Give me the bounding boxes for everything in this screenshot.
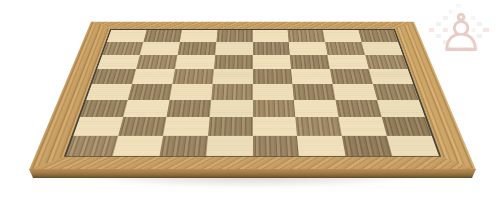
board-square bbox=[289, 42, 328, 55]
board-square bbox=[253, 30, 289, 42]
board-square bbox=[86, 84, 132, 100]
board-square bbox=[208, 117, 253, 136]
board-square bbox=[209, 100, 252, 117]
board-square bbox=[369, 69, 413, 84]
board-square bbox=[166, 100, 211, 117]
board-square bbox=[288, 30, 326, 42]
board-square bbox=[175, 55, 215, 69]
board-square bbox=[253, 69, 293, 84]
board-square bbox=[214, 55, 253, 69]
board-square bbox=[132, 69, 175, 84]
board-square bbox=[297, 136, 345, 156]
board-square bbox=[113, 136, 163, 156]
board-square bbox=[177, 42, 216, 55]
board-square bbox=[163, 117, 209, 136]
product-photo-scene: ♙ bbox=[0, 0, 500, 202]
board-square bbox=[206, 136, 253, 156]
board-square bbox=[97, 55, 140, 69]
board-square bbox=[107, 30, 147, 42]
board-square bbox=[358, 30, 398, 42]
board-square bbox=[169, 84, 212, 100]
board-square bbox=[140, 42, 180, 55]
shop-logo: ♙ bbox=[429, 4, 493, 64]
board-square bbox=[216, 30, 252, 42]
board-square bbox=[159, 136, 207, 156]
board-square bbox=[92, 69, 136, 84]
board-square bbox=[253, 100, 296, 117]
board-square bbox=[330, 69, 373, 84]
board-square bbox=[382, 117, 432, 136]
board-square bbox=[172, 69, 214, 84]
board-square bbox=[328, 55, 369, 69]
chess-board bbox=[29, 22, 476, 170]
board-square bbox=[180, 30, 218, 42]
board-square bbox=[291, 69, 333, 84]
board-front-edge bbox=[29, 169, 476, 178]
board-square bbox=[212, 69, 252, 84]
board-square bbox=[80, 100, 128, 117]
board-square bbox=[293, 84, 336, 100]
board-square bbox=[215, 42, 253, 55]
board-square bbox=[123, 100, 169, 117]
board-square bbox=[296, 117, 342, 136]
board-square bbox=[102, 42, 143, 55]
board-square bbox=[253, 117, 298, 136]
board-square bbox=[290, 55, 330, 69]
board-square bbox=[253, 84, 295, 100]
board-square bbox=[339, 117, 387, 136]
board-square bbox=[333, 84, 377, 100]
board-square bbox=[362, 42, 403, 55]
board-square bbox=[342, 136, 392, 156]
board-square bbox=[253, 55, 292, 69]
board-square bbox=[325, 42, 365, 55]
logo-pawn-icon: ♙ bbox=[429, 1, 493, 65]
board-square bbox=[336, 100, 382, 117]
board-square bbox=[253, 42, 291, 55]
board-square bbox=[136, 55, 177, 69]
board-playing-field bbox=[64, 29, 441, 156]
board-square bbox=[118, 117, 166, 136]
board-square bbox=[294, 100, 339, 117]
board-square bbox=[323, 30, 362, 42]
board-square bbox=[143, 30, 182, 42]
board-square bbox=[387, 136, 439, 156]
board-square bbox=[377, 100, 425, 117]
board-square bbox=[211, 84, 253, 100]
board-square bbox=[73, 117, 123, 136]
board-square bbox=[373, 84, 419, 100]
board-square bbox=[128, 84, 172, 100]
board-square bbox=[66, 136, 118, 156]
board-square bbox=[365, 55, 408, 69]
board-square bbox=[253, 136, 300, 156]
